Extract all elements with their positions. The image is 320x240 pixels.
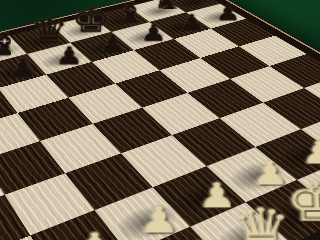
black-pawn[interactable]: ♟ — [179, 12, 205, 34]
white-bishop[interactable]: ♝ — [172, 235, 230, 240]
black-pawn[interactable]: ♟ — [140, 22, 166, 44]
board-scene: ♜♞♝♛♚♝♞♜♟♟♟♟♟♟♟♟♟♟♟♟♟♟♟♟♜♞♝♛♚♝♞♜ — [0, 0, 320, 240]
black-pawn[interactable]: ♟ — [55, 44, 84, 68]
chess-board: ♜♞♝♛♚♝♞♜♟♟♟♟♟♟♟♟♟♟♟♟♟♟♟♟♜♞♝♛♚♝♞♜ — [0, 0, 320, 240]
black-pawn[interactable]: ♟ — [8, 56, 38, 81]
black-pawn[interactable]: ♟ — [99, 32, 126, 55]
black-pawn[interactable]: ♟ — [215, 2, 240, 23]
black-knight[interactable]: ♞ — [153, 0, 182, 17]
white-pawn[interactable]: ♟ — [300, 137, 320, 168]
black-rook[interactable]: ♜ — [188, 0, 217, 8]
table-felt: ♜♞♝♛♚♝♞♜♟♟♟♟♟♟♟♟♟♟♟♟♟♟♟♟♜♞♝♛♚♝♞♜ — [0, 0, 320, 240]
white-pawn[interactable]: ♟ — [73, 228, 116, 240]
white-queen[interactable]: ♛ — [230, 202, 293, 240]
